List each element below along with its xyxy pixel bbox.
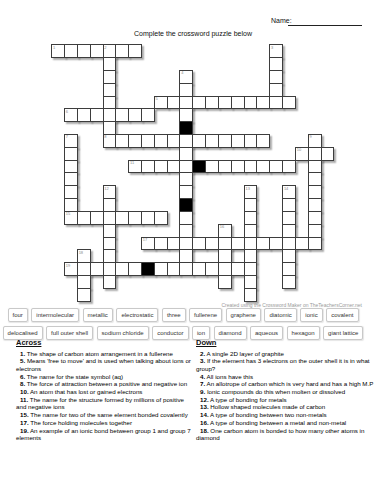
grid-cell[interactable] <box>179 172 193 186</box>
grid-cell[interactable]: 11 <box>128 160 142 174</box>
across-heading: Across <box>16 338 193 347</box>
grid-cell[interactable] <box>103 211 117 225</box>
grid-cell[interactable] <box>282 237 296 251</box>
word-chip: ionic <box>300 308 322 322</box>
grid-cell[interactable] <box>269 70 283 84</box>
grid-cell[interactable] <box>154 160 168 174</box>
grid-cell[interactable]: 3 <box>269 44 283 58</box>
grid-cell[interactable] <box>179 134 193 148</box>
clue-number: 19. <box>20 427 29 434</box>
grid-cell[interactable] <box>64 185 78 199</box>
grid-cell[interactable] <box>167 262 181 276</box>
grid-cell[interactable] <box>90 108 104 122</box>
grid-cell[interactable] <box>179 147 193 161</box>
grid-cell[interactable]: 16 <box>218 224 232 238</box>
grid-cell[interactable] <box>282 224 296 238</box>
grid-cell[interactable] <box>179 96 193 110</box>
clue-number: 5. <box>20 357 25 364</box>
grid-cell[interactable] <box>308 172 322 186</box>
grid-cell[interactable] <box>64 198 78 212</box>
grid-cell[interactable] <box>103 249 117 263</box>
grid-cell[interactable] <box>244 249 258 263</box>
grid-cell[interactable] <box>282 262 296 276</box>
clue-number: 17. <box>20 419 29 426</box>
clue-across-1: 1. The shape of carbon atom arrangement … <box>16 350 193 358</box>
across-clue-list: 1. The shape of carbon atom arrangement … <box>16 350 193 442</box>
grid-cell[interactable] <box>282 275 296 289</box>
clue-down-16: 16. A type of bonding between a metal an… <box>196 419 377 427</box>
grid-cell[interactable] <box>231 134 245 148</box>
word-chip: covalent <box>326 308 358 322</box>
grid-cell[interactable] <box>308 147 322 161</box>
clue-down-13: 13. Hollow shaped molecules made of carb… <box>196 403 377 411</box>
grid-cell[interactable] <box>256 237 270 251</box>
clue-across-11: 11. The name for the structure formed by… <box>16 396 193 411</box>
name-label: Name: <box>271 17 292 24</box>
grid-cell[interactable] <box>282 198 296 212</box>
grid-cell[interactable] <box>115 262 129 276</box>
black-cell <box>179 198 193 212</box>
cell-number: 14 <box>284 186 288 191</box>
cell-number: 10 <box>297 147 301 152</box>
black-cell <box>179 121 193 135</box>
grid-cell[interactable] <box>218 134 232 148</box>
cell-number: 5 <box>156 96 158 101</box>
clue-across-6: 6. The name for the state symbol (aq) <box>16 373 193 381</box>
cell-number: 1 <box>53 45 55 50</box>
cell-number: 2 <box>104 45 106 50</box>
grid-cell[interactable] <box>167 96 181 110</box>
grid-cell[interactable] <box>64 44 78 58</box>
grid-cell[interactable] <box>244 224 258 238</box>
grid-cell[interactable] <box>282 211 296 225</box>
clue-down-9: 9. Ionic compounds do this when molten o… <box>196 388 377 396</box>
grid-cell[interactable] <box>308 224 322 238</box>
grid-cell[interactable]: 9 <box>308 134 322 148</box>
name-blank-line[interactable] <box>288 25 362 26</box>
clue-number: 8. <box>20 380 25 387</box>
grid-cell[interactable] <box>269 96 283 110</box>
clue-number: 18. <box>200 427 209 434</box>
grid-cell[interactable] <box>205 134 219 148</box>
grid-cell[interactable] <box>231 237 245 251</box>
grid-cell[interactable] <box>218 262 232 276</box>
grid-cell[interactable] <box>192 134 206 148</box>
grid-cell[interactable] <box>269 57 283 71</box>
clue-down-7: 7. An allotrope of carbon which is very … <box>196 380 377 388</box>
grid-cell[interactable] <box>141 160 155 174</box>
grid-cell[interactable] <box>256 134 270 148</box>
clue-number: 13. <box>200 403 209 410</box>
across-clues-section: Across 1. The shape of carbon atom arran… <box>16 338 193 442</box>
grid-cell[interactable] <box>154 134 168 148</box>
clue-down-2: 2. A single 2D layer of graphite <box>196 350 377 358</box>
grid-cell[interactable]: 12 <box>103 185 117 199</box>
grid-cell[interactable]: 18 <box>77 249 91 263</box>
down-clues-section: Down 2. A single 2D layer of graphite3. … <box>196 338 377 442</box>
grid-cell[interactable] <box>256 160 270 174</box>
black-cell <box>141 262 155 276</box>
grid-cell[interactable] <box>141 134 155 148</box>
grid-cell[interactable] <box>192 96 206 110</box>
grid-cell[interactable]: 10 <box>295 147 309 161</box>
cell-number: 4 <box>181 70 183 75</box>
clue-number: 1. <box>20 350 25 357</box>
grid-cell[interactable] <box>244 96 258 110</box>
clue-number: 14. <box>200 411 209 418</box>
grid-cell[interactable] <box>77 275 91 289</box>
grid-cell[interactable] <box>282 160 296 174</box>
word-chip: four <box>8 308 28 322</box>
grid-cell[interactable] <box>244 275 258 289</box>
cell-number: 6 <box>66 109 68 114</box>
clue-down-12: 12. A type of bonding for metals <box>196 396 377 404</box>
grid-cell[interactable] <box>205 96 219 110</box>
grid-cell[interactable] <box>64 147 78 161</box>
grid-cell[interactable] <box>103 237 117 251</box>
grid-cell[interactable] <box>256 96 270 110</box>
grid-cell[interactable] <box>64 160 78 174</box>
grid-cell[interactable] <box>231 262 245 276</box>
cell-number: 8 <box>104 134 106 139</box>
grid-cell[interactable] <box>282 96 296 110</box>
page-title: Complete the crossword puzzle below <box>0 30 386 37</box>
grid-cell[interactable] <box>167 134 181 148</box>
grid-cell[interactable] <box>141 211 155 225</box>
grid-cell[interactable] <box>205 237 219 251</box>
grid-cell[interactable] <box>167 237 181 251</box>
clue-number: 7. <box>200 380 205 387</box>
grid-cell[interactable]: 6 <box>64 108 78 122</box>
clue-number: 2. <box>200 350 205 357</box>
word-chip: diatomic <box>264 308 296 322</box>
crossword-grid: 12345678910111213141516171819 <box>51 44 333 301</box>
clue-down-4: 4. All ions have this <box>196 373 377 381</box>
clue-across-19: 19. An example of an ionic bond between … <box>16 427 193 442</box>
grid-cell[interactable] <box>244 134 258 148</box>
grid-cell[interactable] <box>115 211 129 225</box>
grid-cell[interactable] <box>244 288 258 302</box>
grid-cell[interactable] <box>269 83 283 97</box>
grid-cell[interactable] <box>128 44 142 58</box>
word-chip: intermolecular <box>31 308 79 322</box>
clue-number: 9. <box>200 388 205 395</box>
grid-cell[interactable] <box>179 185 193 199</box>
word-chip: three <box>162 308 186 322</box>
grid-cell[interactable] <box>192 262 206 276</box>
grid-cell[interactable] <box>321 147 335 161</box>
grid-cell[interactable] <box>128 134 142 148</box>
grid-cell[interactable] <box>192 237 206 251</box>
grid-cell[interactable]: 5 <box>154 96 168 110</box>
clue-across-15: 15. The name for two of the same element… <box>16 411 193 419</box>
word-chip: metallic <box>83 308 113 322</box>
clue-number: 12. <box>200 396 209 403</box>
clue-number: 11. <box>20 396 28 403</box>
grid-cell[interactable] <box>103 108 117 122</box>
grid-cell[interactable] <box>103 224 117 238</box>
grid-cell[interactable] <box>154 211 168 225</box>
cell-number: 18 <box>79 250 83 255</box>
grid-cell[interactable] <box>308 185 322 199</box>
grid-cell[interactable] <box>115 108 129 122</box>
grid-cell[interactable] <box>308 160 322 174</box>
grid-cell[interactable]: 7 <box>64 134 78 148</box>
clue-number: 4. <box>200 373 205 380</box>
cell-number: 11 <box>130 160 134 165</box>
cell-number: 9 <box>310 134 312 139</box>
down-heading: Down <box>196 338 377 347</box>
grid-cell[interactable] <box>154 262 168 276</box>
grid-cell[interactable] <box>231 160 245 174</box>
clue-down-18: 18. One carbon atom is bonded to how man… <box>196 427 377 442</box>
word-bank-row-1: fourintermolecularmetallicelectrostatict… <box>0 308 366 322</box>
clue-number: 10. <box>20 388 29 395</box>
grid-cell[interactable] <box>103 96 117 110</box>
grid-cell[interactable]: 1 <box>51 44 65 58</box>
grid-cell[interactable] <box>103 198 117 212</box>
grid-cell[interactable] <box>77 108 91 122</box>
grid-cell[interactable] <box>295 237 309 251</box>
grid-cell[interactable] <box>64 172 78 186</box>
grid-cell[interactable] <box>90 44 104 58</box>
clue-number: 15. <box>20 411 29 418</box>
grid-cell[interactable] <box>103 57 117 71</box>
grid-cell[interactable] <box>128 262 142 276</box>
grid-cell[interactable] <box>77 262 91 276</box>
grid-cell[interactable] <box>90 262 104 276</box>
grid-cell[interactable] <box>167 160 181 174</box>
grid-cell[interactable] <box>308 237 322 251</box>
grid-cell[interactable] <box>244 211 258 225</box>
grid-cell[interactable] <box>179 249 193 263</box>
grid-cell[interactable] <box>244 262 258 276</box>
grid-cell[interactable] <box>179 211 193 225</box>
grid-cell[interactable] <box>218 96 232 110</box>
grid-cell[interactable] <box>218 275 232 289</box>
grid-cell[interactable]: 14 <box>282 185 296 199</box>
clue-number: 6. <box>20 373 25 380</box>
worksheet-page: { "page": { "name_label": "Name:", "titl… <box>0 0 386 500</box>
grid-cell[interactable] <box>179 83 193 97</box>
clue-number: 3. <box>200 357 205 364</box>
grid-cell[interactable] <box>77 44 91 58</box>
grid-cell[interactable] <box>269 237 283 251</box>
grid-cell[interactable] <box>179 108 193 122</box>
cell-number: 3 <box>271 45 273 50</box>
cell-number: 13 <box>245 186 249 191</box>
grid-cell[interactable] <box>179 262 193 276</box>
down-clue-list: 2. A single 2D layer of graphite3. If th… <box>196 350 377 442</box>
clue-number: 16. <box>200 419 209 426</box>
cell-number: 17 <box>143 237 147 242</box>
grid-cell[interactable]: 2 <box>103 44 117 58</box>
grid-cell[interactable] <box>141 108 155 122</box>
grid-cell[interactable] <box>90 211 104 225</box>
cell-number: 7 <box>66 134 68 139</box>
cell-number: 12 <box>104 186 108 191</box>
cell-number: 15 <box>66 211 70 216</box>
grid-cell[interactable] <box>205 160 219 174</box>
grid-cell[interactable] <box>103 275 117 289</box>
cell-number: 19 <box>66 263 70 268</box>
grid-cell[interactable] <box>77 288 91 302</box>
word-chip: electrostatic <box>116 308 158 322</box>
grid-cell[interactable] <box>128 108 142 122</box>
grid-cell[interactable] <box>308 211 322 225</box>
grid-cell[interactable] <box>179 160 193 174</box>
clue-down-14: 14. A type of bonding between two non-me… <box>196 411 377 419</box>
grid-cell[interactable] <box>218 249 232 263</box>
grid-cell[interactable]: 17 <box>141 237 155 251</box>
grid-cell[interactable] <box>244 198 258 212</box>
grid-cell[interactable] <box>77 211 91 225</box>
grid-cell[interactable] <box>179 237 193 251</box>
grid-cell[interactable] <box>244 237 258 251</box>
grid-cell[interactable] <box>103 121 117 135</box>
grid-cell[interactable]: 19 <box>64 262 78 276</box>
grid-cell[interactable] <box>115 134 129 148</box>
grid-cell[interactable] <box>103 70 117 84</box>
grid-cell[interactable] <box>103 262 117 276</box>
clue-across-8: 8. The force of attraction between a pos… <box>16 380 193 388</box>
grid-cell[interactable] <box>308 198 322 212</box>
word-chip: fullerene <box>189 308 222 322</box>
grid-cell[interactable] <box>218 160 232 174</box>
grid-cell[interactable]: 13 <box>244 185 258 199</box>
grid-cell[interactable] <box>269 160 283 174</box>
word-chip: graphene <box>226 308 261 322</box>
grid-cell[interactable] <box>231 96 245 110</box>
grid-cell[interactable]: 4 <box>179 70 193 84</box>
grid-cell[interactable]: 8 <box>103 134 117 148</box>
grid-cell[interactable] <box>205 262 219 276</box>
clue-down-3: 3. If the element has 3 electrons on the… <box>196 357 377 372</box>
grid-cell[interactable] <box>154 237 168 251</box>
cell-number: 16 <box>220 224 224 229</box>
black-cell <box>192 160 206 174</box>
grid-cell[interactable] <box>128 211 142 225</box>
grid-cell[interactable] <box>179 224 193 238</box>
grid-cell[interactable] <box>244 160 258 174</box>
grid-cell[interactable] <box>282 249 296 263</box>
grid-cell[interactable] <box>218 237 232 251</box>
clue-across-5: 5. Means 'free to move' and is used when… <box>16 357 193 372</box>
grid-cell[interactable] <box>115 44 129 58</box>
clue-across-10: 10. An atom that has lost or gained elec… <box>16 388 193 396</box>
grid-cell[interactable]: 15 <box>64 211 78 225</box>
clue-across-17: 17. The force holding molecules together <box>16 419 193 427</box>
grid-cell[interactable] <box>103 83 117 97</box>
